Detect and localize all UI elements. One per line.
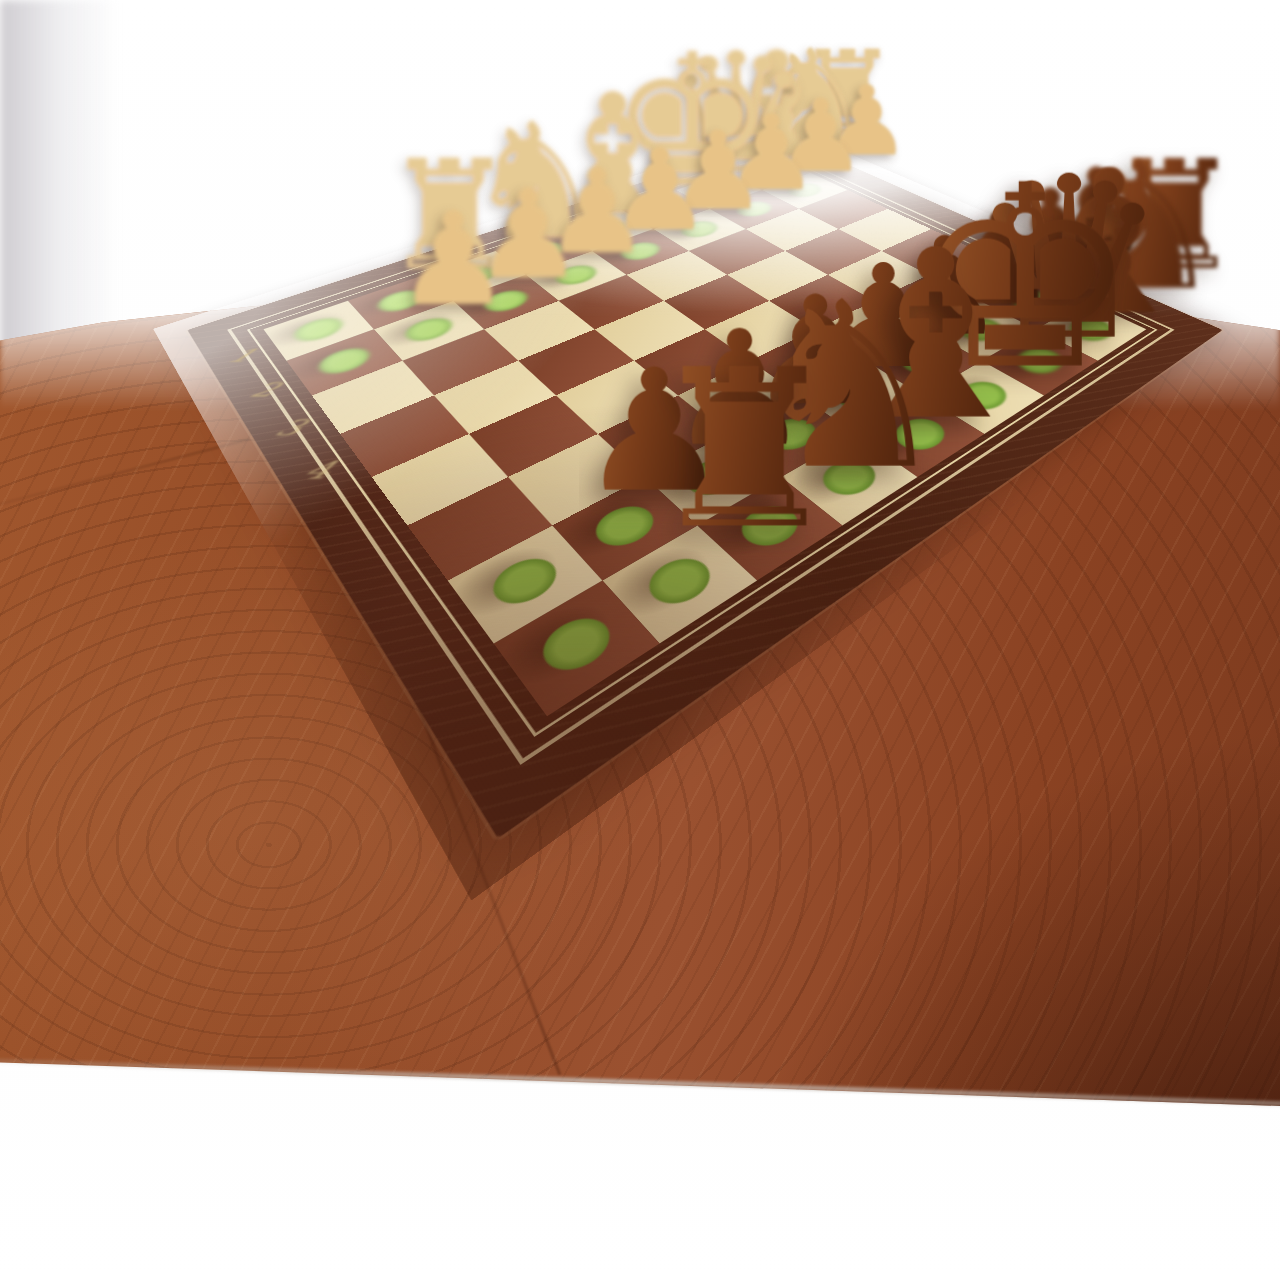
perspective-camera: ♜♞♝♛♚♝♞♜♟♟♟♟♟♟♟♟♟♟♟♟♟♟♟♟♜♞♝♛♚♝♞♜ 8a7b6c5… <box>0 0 1280 1280</box>
black-rook-h8: ♜ <box>646 340 842 559</box>
photo-scene: ♜♞♝♛♚♝♞♜♟♟♟♟♟♟♟♟♟♟♟♟♟♟♟♟♜♞♝♛♚♝♞♜ 8a7b6c5… <box>0 0 1280 1280</box>
white-pawn-h2: ♟ <box>396 195 512 324</box>
